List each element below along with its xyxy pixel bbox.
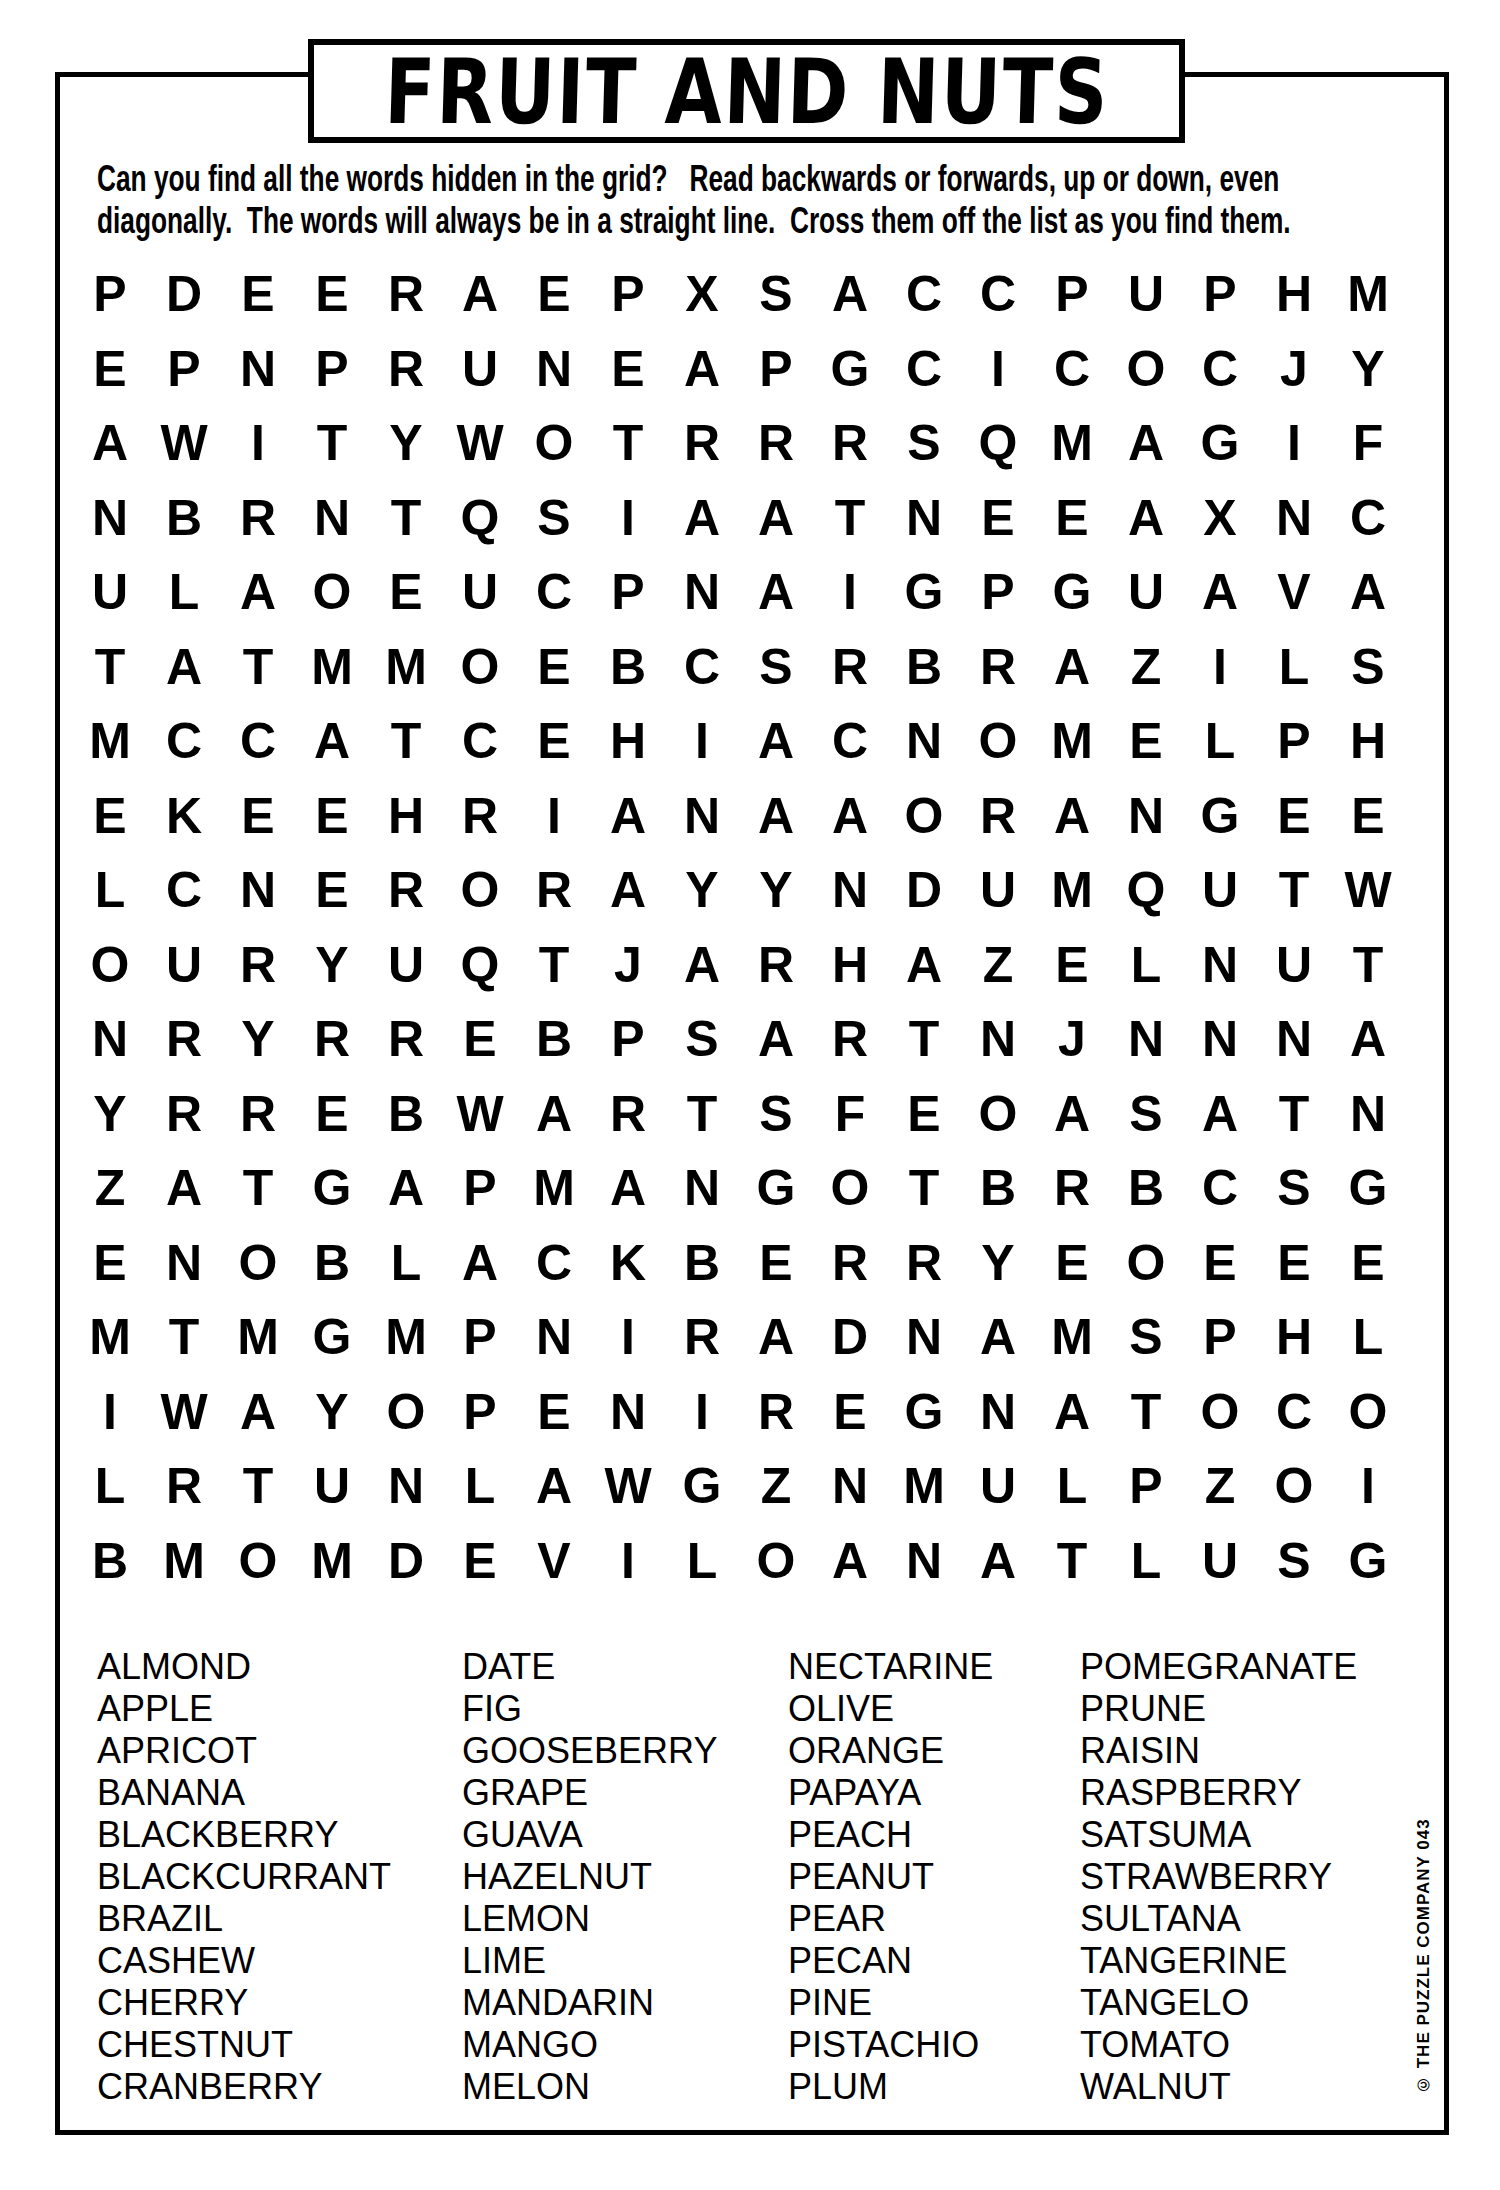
word-item-blackberry[interactable]: BLACKBERRY (97, 1814, 391, 1856)
word-item-peanut[interactable]: PEANUT (788, 1856, 993, 1898)
word-item-gooseberry[interactable]: GOOSEBERRY (462, 1730, 717, 1772)
word-item-prune[interactable]: PRUNE (1080, 1688, 1357, 1730)
word-item-mango[interactable]: MANGO (462, 2024, 717, 2066)
word-item-nectarine[interactable]: NECTARINE (788, 1646, 993, 1688)
word-item-pecan[interactable]: PECAN (788, 1940, 993, 1982)
word-item-raisin[interactable]: RAISIN (1080, 1730, 1357, 1772)
word-item-cashew[interactable]: CASHEW (97, 1940, 391, 1982)
word-item-cherry[interactable]: CHERRY (97, 1982, 391, 2024)
word-item-lemon[interactable]: LEMON (462, 1898, 717, 1940)
word-item-walnut[interactable]: WALNUT (1080, 2066, 1357, 2108)
word-item-guava[interactable]: GUAVA (462, 1814, 717, 1856)
word-item-peach[interactable]: PEACH (788, 1814, 993, 1856)
word-item-chestnut[interactable]: CHESTNUT (97, 2024, 391, 2066)
word-list-column-4: POMEGRANATEPRUNERAISINRASPBERRYSATSUMAST… (1080, 1646, 1357, 2108)
word-item-cranberry[interactable]: CRANBERRY (97, 2066, 391, 2108)
word-list-column-3: NECTARINEOLIVEORANGEPAPAYAPEACHPEANUTPEA… (788, 1646, 993, 2108)
word-item-pistachio[interactable]: PISTACHIO (788, 2024, 993, 2066)
word-item-strawberry[interactable]: STRAWBERRY (1080, 1856, 1357, 1898)
word-item-mandarin[interactable]: MANDARIN (462, 1982, 717, 2024)
word-item-date[interactable]: DATE (462, 1646, 717, 1688)
copyright-vertical: © THE PUZZLE COMPANY 043 (1414, 1820, 1434, 2094)
word-item-melon[interactable]: MELON (462, 2066, 717, 2108)
word-item-raspberry[interactable]: RASPBERRY (1080, 1772, 1357, 1814)
word-item-pear[interactable]: PEAR (788, 1898, 993, 1940)
puzzle-page: FRUIT AND NUTS Can you find all the word… (0, 0, 1500, 2190)
puzzle-title: FRUIT AND NUTS (383, 39, 1111, 144)
word-item-satsuma[interactable]: SATSUMA (1080, 1814, 1357, 1856)
word-list-column-2: DATEFIGGOOSEBERRYGRAPEGUAVAHAZELNUTLEMON… (462, 1646, 717, 2108)
word-item-pomegranate[interactable]: POMEGRANATE (1080, 1646, 1357, 1688)
word-item-hazelnut[interactable]: HAZELNUT (462, 1856, 717, 1898)
word-item-banana[interactable]: BANANA (97, 1772, 391, 1814)
word-item-apricot[interactable]: APRICOT (97, 1730, 391, 1772)
word-item-tomato[interactable]: TOMATO (1080, 2024, 1357, 2066)
word-list-column-1: ALMONDAPPLEAPRICOTBANANABLACKBERRYBLACKC… (97, 1646, 391, 2108)
word-item-apple[interactable]: APPLE (97, 1688, 391, 1730)
word-item-almond[interactable]: ALMOND (97, 1646, 391, 1688)
word-list: ALMONDAPPLEAPRICOTBANANABLACKBERRYBLACKC… (0, 0, 1500, 2190)
word-item-brazil[interactable]: BRAZIL (97, 1898, 391, 1940)
word-item-papaya[interactable]: PAPAYA (788, 1772, 993, 1814)
word-item-tangerine[interactable]: TANGERINE (1080, 1940, 1357, 1982)
word-item-sultana[interactable]: SULTANA (1080, 1898, 1357, 1940)
word-item-orange[interactable]: ORANGE (788, 1730, 993, 1772)
word-item-pine[interactable]: PINE (788, 1982, 993, 2024)
word-item-olive[interactable]: OLIVE (788, 1688, 993, 1730)
word-item-blackcurrant[interactable]: BLACKCURRANT (97, 1856, 391, 1898)
title-box: FRUIT AND NUTS (308, 39, 1185, 143)
word-item-fig[interactable]: FIG (462, 1688, 717, 1730)
word-item-plum[interactable]: PLUM (788, 2066, 993, 2108)
word-item-grape[interactable]: GRAPE (462, 1772, 717, 1814)
word-item-lime[interactable]: LIME (462, 1940, 717, 1982)
word-item-tangelo[interactable]: TANGELO (1080, 1982, 1357, 2024)
